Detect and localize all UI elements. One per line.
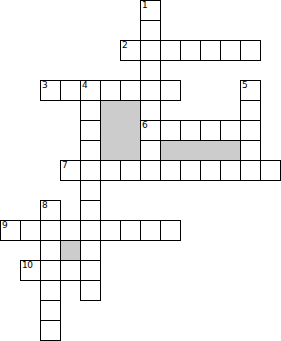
cell-c6r4[interactable] <box>120 80 141 101</box>
cell-c12r5[interactable] <box>240 100 261 121</box>
cell-c3r4[interactable] <box>60 80 81 101</box>
cell-c10r6[interactable] <box>200 120 221 141</box>
cell-c7r7[interactable] <box>140 140 161 161</box>
cell-c8r6[interactable] <box>160 120 181 141</box>
cell-c4r5[interactable] <box>80 100 101 121</box>
cell-c12r8[interactable] <box>240 160 261 181</box>
cell-c4r9[interactable] <box>80 180 101 201</box>
cell-c0r11[interactable]: 9 <box>0 220 21 241</box>
clue-number-3: 3 <box>42 81 47 90</box>
cell-c6r8[interactable] <box>120 160 141 181</box>
crossword-board: 12345678910 <box>0 0 281 341</box>
clue-number-7: 7 <box>62 161 67 170</box>
cell-c7r11[interactable] <box>140 220 161 241</box>
cell-c8r11[interactable] <box>160 220 181 241</box>
cell-c7r4[interactable] <box>140 80 161 101</box>
cell-c2r16[interactable] <box>40 320 61 341</box>
cell-c2r11[interactable] <box>40 220 61 241</box>
cell-c4r14[interactable] <box>80 280 101 301</box>
cell-c4r13[interactable] <box>80 260 101 281</box>
clue-number-4: 4 <box>82 81 87 90</box>
cell-c9r6[interactable] <box>180 120 201 141</box>
cell-c4r7[interactable] <box>80 140 101 161</box>
cell-c10r2[interactable] <box>200 40 221 61</box>
cell-c2r10[interactable]: 8 <box>40 200 61 221</box>
cell-c11r8[interactable] <box>220 160 241 181</box>
cell-c8r2[interactable] <box>160 40 181 61</box>
cell-c2r12[interactable] <box>40 240 61 261</box>
cell-c6r2[interactable]: 2 <box>120 40 141 61</box>
cell-c12r6[interactable] <box>240 120 261 141</box>
crossword-page: 12345678910 <box>0 0 281 341</box>
cell-c4r10[interactable] <box>80 200 101 221</box>
cell-c3r8[interactable]: 7 <box>60 160 81 181</box>
cell-c8r4[interactable] <box>160 80 181 101</box>
clue-number-1: 1 <box>142 1 147 10</box>
clue-number-10: 10 <box>22 261 32 270</box>
cell-c4r4[interactable]: 4 <box>80 80 101 101</box>
clue-number-8: 8 <box>42 201 47 210</box>
cell-c7r0[interactable]: 1 <box>140 0 161 21</box>
cell-c12r7[interactable] <box>240 140 261 161</box>
cell-c5r11[interactable] <box>100 220 121 241</box>
shaded-block-2 <box>160 140 241 161</box>
cell-c7r3[interactable] <box>140 60 161 81</box>
cell-c5r8[interactable] <box>100 160 121 181</box>
clue-number-9: 9 <box>2 221 7 230</box>
cell-c2r14[interactable] <box>40 280 61 301</box>
cell-c4r6[interactable] <box>80 120 101 141</box>
shaded-block-3 <box>60 240 81 261</box>
cell-c5r4[interactable] <box>100 80 121 101</box>
shaded-block-1 <box>100 100 141 161</box>
cell-c3r13[interactable] <box>60 260 81 281</box>
cell-c9r8[interactable] <box>180 160 201 181</box>
cell-c11r2[interactable] <box>220 40 241 61</box>
cell-c13r8[interactable] <box>260 160 281 181</box>
cell-c11r6[interactable] <box>220 120 241 141</box>
cell-c4r12[interactable] <box>80 240 101 261</box>
cell-c7r5[interactable] <box>140 100 161 121</box>
cell-c3r11[interactable] <box>60 220 81 241</box>
cell-c12r4[interactable]: 5 <box>240 80 261 101</box>
cell-c7r6[interactable]: 6 <box>140 120 161 141</box>
cell-c6r11[interactable] <box>120 220 141 241</box>
clue-number-5: 5 <box>242 81 247 90</box>
cell-c7r2[interactable] <box>140 40 161 61</box>
cell-c12r2[interactable] <box>240 40 261 61</box>
cell-c10r8[interactable] <box>200 160 221 181</box>
clue-number-2: 2 <box>122 41 127 50</box>
clue-number-6: 6 <box>142 121 147 130</box>
cell-c2r13[interactable] <box>40 260 61 281</box>
cell-c9r2[interactable] <box>180 40 201 61</box>
cell-c1r11[interactable] <box>20 220 41 241</box>
cell-c4r8[interactable] <box>80 160 101 181</box>
cell-c2r15[interactable] <box>40 300 61 321</box>
cell-c7r8[interactable] <box>140 160 161 181</box>
cell-c1r13[interactable]: 10 <box>20 260 41 281</box>
cell-c2r4[interactable]: 3 <box>40 80 61 101</box>
cell-c4r11[interactable] <box>80 220 101 241</box>
cell-c8r8[interactable] <box>160 160 181 181</box>
cell-c7r1[interactable] <box>140 20 161 41</box>
